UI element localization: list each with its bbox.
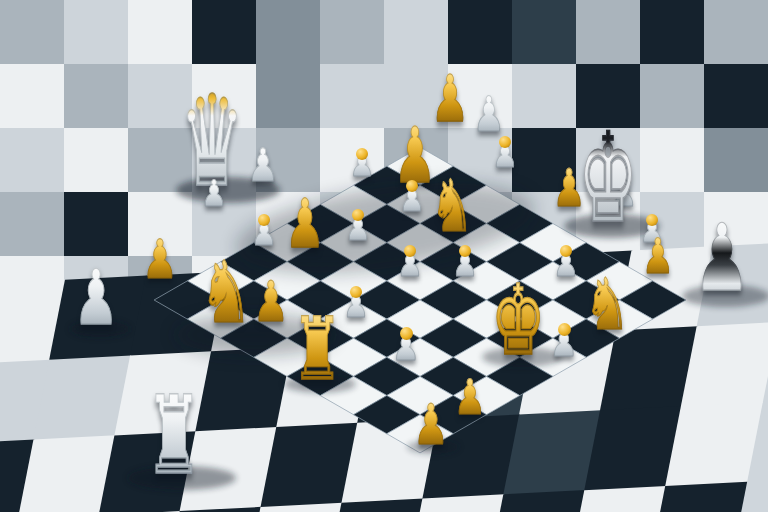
pawn-glyph: ♟: [200, 176, 229, 212]
piece-white-pawn-c7[interactable]: ♟: [398, 188, 427, 217]
piece-gold-king-g5[interactable]: ♚: [488, 307, 549, 368]
gold-tip: [499, 136, 511, 148]
pawn-glyph: ♟: [690, 211, 754, 304]
piece-white-pawn-c8[interactable]: ♟: [491, 144, 520, 173]
pawn-glyph: ♟: [640, 232, 676, 281]
piece-gold-pawn-a3[interactable]: ♟: [140, 246, 180, 286]
piece-white-pawn-a6[interactable]: ♟: [246, 154, 281, 189]
pawn-glyph: ♟: [251, 273, 291, 329]
pawn-glyph: ♟: [71, 260, 122, 337]
pawn-glyph: ♟: [471, 90, 507, 139]
piece-silver-dark-king-e8[interactable]: ♚: [575, 174, 642, 241]
piece-gold-knight-h7[interactable]: ♞: [582, 289, 633, 340]
gold-tip: [406, 180, 418, 192]
piece-white-band-pawn-h8[interactable]: ♟: [690, 240, 754, 304]
king-glyph: ♚: [575, 117, 642, 241]
piece-white-pawn-b7[interactable]: ♟: [348, 154, 376, 182]
gold-tip: [459, 245, 471, 257]
piece-white-pawn-a4[interactable]: ♟: [250, 222, 279, 251]
piece-white-pawn-e6[interactable]: ♟: [451, 253, 480, 282]
piece-gold-knight-a2[interactable]: ♞: [197, 276, 256, 335]
pawn-glyph: ♟: [411, 396, 451, 452]
gold-tip: [646, 214, 658, 226]
pieces-layer: ♟♟♟♟♟♟♛♟♟♟♟♚♞♟♟♟♟♟♟♟♟♟♟♟♟♞♟♞♚♟♟♜♟♟♜: [0, 0, 768, 512]
piece-white-pawn-a1[interactable]: ♟: [71, 285, 122, 336]
piece-gold-pawn-h1[interactable]: ♟: [411, 412, 451, 452]
piece-gold-pawn-g8[interactable]: ♟: [640, 245, 676, 281]
gold-tip: [404, 245, 416, 257]
king-glyph: ♚: [488, 270, 549, 368]
piece-white-pawn-h6[interactable]: ♟: [549, 331, 580, 362]
rook-glyph: ♜: [142, 381, 206, 490]
gold-tip: [560, 245, 572, 257]
rook-glyph: ♜: [289, 306, 345, 393]
piece-white-pawn-c5[interactable]: ♟: [396, 253, 425, 282]
piece-gold-pawn-b6[interactable]: ♟: [283, 212, 328, 257]
pawn-glyph: ♟: [140, 232, 180, 286]
piece-white-pawn-a5[interactable]: ♟: [200, 183, 229, 212]
gold-tip: [350, 286, 362, 298]
gold-tip: [356, 148, 368, 160]
chess-scene: ♟♟♟♟♟♟♛♟♟♟♟♚♞♟♟♟♟♟♟♟♟♟♟♟♟♞♟♞♚♟♟♜♟♟♜: [0, 0, 768, 512]
gold-tip: [558, 323, 571, 336]
knight-glyph: ♞: [197, 249, 256, 335]
piece-gold-knight-d7[interactable]: ♞: [428, 193, 476, 241]
piece-white-pawn-e3[interactable]: ♟: [391, 335, 422, 366]
gold-tip: [258, 214, 270, 226]
piece-white-pawn-c4[interactable]: ♟: [342, 294, 371, 323]
piece-gold-pawn-h3[interactable]: ♟: [452, 386, 488, 422]
piece-gold-pawn-b2[interactable]: ♟: [251, 289, 291, 329]
gold-tip: [352, 209, 364, 221]
pawn-glyph: ♟: [283, 190, 328, 258]
piece-white-pawn-f6[interactable]: ♟: [552, 253, 581, 282]
pawn-glyph: ♟: [452, 373, 488, 422]
knight-glyph: ♞: [428, 169, 476, 241]
gold-tip: [400, 327, 413, 340]
piece-white-rook-b1[interactable]: ♜: [142, 426, 206, 490]
knight-glyph: ♞: [582, 269, 633, 340]
piece-gold-rook-d1[interactable]: ♜: [289, 337, 345, 393]
piece-white-pawn-c6[interactable]: ♟: [344, 217, 373, 246]
pawn-glyph: ♟: [246, 144, 281, 190]
